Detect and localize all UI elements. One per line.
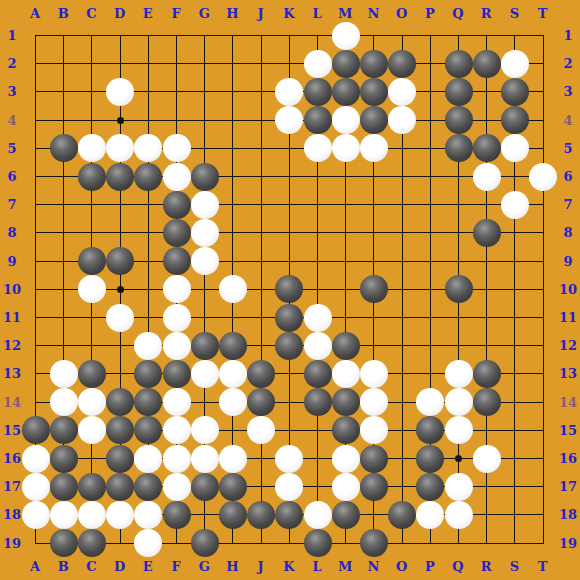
black-stone bbox=[304, 106, 332, 134]
star-point-D10 bbox=[117, 286, 124, 293]
black-stone bbox=[304, 529, 332, 557]
black-stone bbox=[247, 501, 275, 529]
col-label-bottom-N: N bbox=[367, 559, 379, 574]
row-label-left-16: 16 bbox=[3, 451, 21, 466]
white-stone bbox=[191, 416, 219, 444]
white-stone bbox=[22, 445, 50, 473]
white-stone bbox=[445, 388, 473, 416]
black-stone bbox=[473, 134, 501, 162]
white-stone bbox=[332, 473, 360, 501]
black-stone bbox=[163, 360, 191, 388]
black-stone bbox=[388, 501, 416, 529]
white-stone bbox=[22, 473, 50, 501]
black-stone bbox=[304, 360, 332, 388]
white-stone bbox=[163, 473, 191, 501]
black-stone bbox=[106, 416, 134, 444]
white-stone bbox=[163, 416, 191, 444]
black-stone bbox=[416, 416, 444, 444]
white-stone bbox=[78, 416, 106, 444]
black-stone bbox=[388, 50, 416, 78]
col-label-bottom-A: A bbox=[30, 559, 40, 574]
white-stone bbox=[304, 134, 332, 162]
col-label-bottom-J: J bbox=[258, 559, 264, 574]
white-stone bbox=[304, 501, 332, 529]
col-label-bottom-O: O bbox=[396, 559, 407, 574]
black-stone bbox=[360, 275, 388, 303]
white-stone bbox=[304, 332, 332, 360]
col-label-top-R: R bbox=[481, 6, 492, 21]
black-stone bbox=[106, 163, 134, 191]
white-stone bbox=[191, 219, 219, 247]
row-label-right-13: 13 bbox=[559, 366, 577, 381]
black-stone bbox=[360, 78, 388, 106]
black-stone bbox=[332, 416, 360, 444]
white-stone bbox=[78, 501, 106, 529]
row-label-left-10: 10 bbox=[3, 281, 21, 296]
white-stone bbox=[163, 163, 191, 191]
row-label-right-3: 3 bbox=[563, 84, 572, 99]
white-stone bbox=[163, 275, 191, 303]
col-label-bottom-P: P bbox=[425, 559, 435, 574]
col-label-top-P: P bbox=[425, 6, 435, 21]
row-label-right-15: 15 bbox=[559, 422, 577, 437]
black-stone bbox=[275, 501, 303, 529]
white-stone bbox=[473, 445, 501, 473]
white-stone bbox=[360, 134, 388, 162]
col-label-bottom-D: D bbox=[114, 559, 125, 574]
row-label-right-1: 1 bbox=[563, 28, 572, 43]
col-label-bottom-L: L bbox=[312, 559, 321, 574]
black-stone bbox=[134, 360, 162, 388]
col-label-top-O: O bbox=[396, 6, 407, 21]
white-stone bbox=[388, 78, 416, 106]
row-label-right-4: 4 bbox=[563, 112, 572, 127]
black-stone bbox=[473, 50, 501, 78]
col-label-bottom-G: G bbox=[199, 559, 210, 574]
black-stone bbox=[360, 473, 388, 501]
row-label-left-3: 3 bbox=[7, 84, 16, 99]
white-stone bbox=[106, 78, 134, 106]
black-stone bbox=[78, 473, 106, 501]
go-board: AABBCCDDEEFFGGHHJJKKLLMMNNOOPPQQRRSSTT11… bbox=[0, 0, 580, 580]
row-label-left-5: 5 bbox=[7, 140, 16, 155]
black-stone bbox=[445, 106, 473, 134]
black-stone bbox=[360, 529, 388, 557]
col-label-top-K: K bbox=[283, 6, 294, 21]
white-stone bbox=[332, 106, 360, 134]
white-stone bbox=[445, 360, 473, 388]
col-label-bottom-R: R bbox=[481, 559, 492, 574]
row-label-right-11: 11 bbox=[559, 310, 577, 325]
col-label-bottom-E: E bbox=[143, 559, 153, 574]
black-stone bbox=[134, 416, 162, 444]
white-stone bbox=[445, 501, 473, 529]
row-label-left-8: 8 bbox=[7, 225, 16, 240]
black-stone bbox=[416, 445, 444, 473]
col-label-top-D: D bbox=[114, 6, 125, 21]
white-stone bbox=[304, 50, 332, 78]
col-label-top-E: E bbox=[143, 6, 153, 21]
col-label-top-S: S bbox=[510, 6, 519, 21]
white-stone bbox=[106, 304, 134, 332]
white-stone bbox=[219, 445, 247, 473]
row-label-right-2: 2 bbox=[563, 56, 572, 71]
white-stone bbox=[445, 473, 473, 501]
row-label-left-18: 18 bbox=[3, 507, 21, 522]
white-stone bbox=[106, 501, 134, 529]
black-stone bbox=[332, 50, 360, 78]
black-stone bbox=[247, 360, 275, 388]
col-label-top-T: T bbox=[538, 6, 548, 21]
white-stone bbox=[501, 134, 529, 162]
black-stone bbox=[445, 134, 473, 162]
row-label-right-16: 16 bbox=[559, 451, 577, 466]
white-stone bbox=[106, 134, 134, 162]
black-stone bbox=[332, 388, 360, 416]
white-stone bbox=[332, 134, 360, 162]
row-label-right-7: 7 bbox=[563, 197, 572, 212]
row-label-left-9: 9 bbox=[7, 253, 16, 268]
white-stone bbox=[163, 388, 191, 416]
black-stone bbox=[473, 219, 501, 247]
grid-line-horizontal bbox=[35, 543, 544, 544]
star-point-D4 bbox=[117, 117, 124, 124]
black-stone bbox=[219, 473, 247, 501]
col-label-top-C: C bbox=[86, 6, 96, 21]
white-stone bbox=[219, 360, 247, 388]
white-stone bbox=[134, 501, 162, 529]
row-label-right-12: 12 bbox=[559, 338, 577, 353]
black-stone bbox=[78, 529, 106, 557]
black-stone bbox=[22, 416, 50, 444]
black-stone bbox=[50, 529, 78, 557]
white-stone bbox=[191, 360, 219, 388]
row-label-left-12: 12 bbox=[3, 338, 21, 353]
white-stone bbox=[134, 332, 162, 360]
white-stone bbox=[78, 388, 106, 416]
white-stone bbox=[388, 106, 416, 134]
col-label-bottom-H: H bbox=[226, 559, 238, 574]
black-stone bbox=[275, 332, 303, 360]
white-stone bbox=[275, 106, 303, 134]
white-stone bbox=[50, 501, 78, 529]
black-stone bbox=[360, 445, 388, 473]
black-stone bbox=[501, 106, 529, 134]
col-label-top-J: J bbox=[258, 6, 264, 21]
white-stone bbox=[22, 501, 50, 529]
black-stone bbox=[134, 388, 162, 416]
white-stone bbox=[275, 473, 303, 501]
col-label-bottom-C: C bbox=[86, 559, 96, 574]
col-label-top-G: G bbox=[199, 6, 210, 21]
white-stone bbox=[163, 332, 191, 360]
black-stone bbox=[78, 247, 106, 275]
col-label-top-F: F bbox=[171, 6, 180, 21]
row-label-left-2: 2 bbox=[7, 56, 16, 71]
black-stone bbox=[78, 163, 106, 191]
white-stone bbox=[219, 388, 247, 416]
row-label-right-14: 14 bbox=[559, 394, 577, 409]
col-label-bottom-S: S bbox=[510, 559, 519, 574]
black-stone bbox=[304, 78, 332, 106]
black-stone bbox=[445, 78, 473, 106]
black-stone bbox=[163, 191, 191, 219]
white-stone bbox=[332, 22, 360, 50]
black-stone bbox=[134, 473, 162, 501]
black-stone bbox=[445, 275, 473, 303]
white-stone bbox=[134, 529, 162, 557]
row-label-right-6: 6 bbox=[563, 169, 572, 184]
black-stone bbox=[106, 473, 134, 501]
row-label-right-17: 17 bbox=[559, 479, 577, 494]
black-stone bbox=[332, 78, 360, 106]
black-stone bbox=[275, 304, 303, 332]
black-stone bbox=[106, 388, 134, 416]
white-stone bbox=[445, 416, 473, 444]
col-label-bottom-M: M bbox=[338, 559, 352, 574]
white-stone bbox=[501, 50, 529, 78]
row-label-left-17: 17 bbox=[3, 479, 21, 494]
black-stone bbox=[191, 473, 219, 501]
white-stone bbox=[501, 191, 529, 219]
white-stone bbox=[275, 78, 303, 106]
white-stone bbox=[360, 388, 388, 416]
black-stone bbox=[332, 501, 360, 529]
black-stone bbox=[473, 360, 501, 388]
black-stone bbox=[106, 445, 134, 473]
grid-line-vertical bbox=[543, 35, 544, 544]
row-label-left-1: 1 bbox=[7, 28, 16, 43]
black-stone bbox=[134, 163, 162, 191]
white-stone bbox=[529, 163, 557, 191]
white-stone bbox=[50, 388, 78, 416]
black-stone bbox=[50, 134, 78, 162]
white-stone bbox=[191, 247, 219, 275]
row-label-left-13: 13 bbox=[3, 366, 21, 381]
black-stone bbox=[191, 332, 219, 360]
col-label-bottom-K: K bbox=[283, 559, 294, 574]
white-stone bbox=[332, 360, 360, 388]
black-stone bbox=[219, 501, 247, 529]
row-label-left-11: 11 bbox=[3, 310, 21, 325]
black-stone bbox=[191, 529, 219, 557]
black-stone bbox=[275, 275, 303, 303]
col-label-bottom-F: F bbox=[171, 559, 180, 574]
black-stone bbox=[78, 360, 106, 388]
black-stone bbox=[445, 50, 473, 78]
white-stone bbox=[50, 360, 78, 388]
star-point-Q16 bbox=[455, 455, 462, 462]
row-label-right-10: 10 bbox=[559, 281, 577, 296]
col-label-top-M: M bbox=[338, 6, 352, 21]
black-stone bbox=[50, 445, 78, 473]
white-stone bbox=[78, 275, 106, 303]
white-stone bbox=[275, 445, 303, 473]
black-stone bbox=[304, 388, 332, 416]
white-stone bbox=[304, 304, 332, 332]
white-stone bbox=[163, 304, 191, 332]
black-stone bbox=[106, 247, 134, 275]
white-stone bbox=[360, 360, 388, 388]
black-stone bbox=[501, 78, 529, 106]
col-label-top-A: A bbox=[30, 6, 40, 21]
white-stone bbox=[191, 445, 219, 473]
white-stone bbox=[134, 445, 162, 473]
white-stone bbox=[416, 501, 444, 529]
row-label-left-19: 19 bbox=[3, 535, 21, 550]
white-stone bbox=[332, 445, 360, 473]
col-label-bottom-T: T bbox=[538, 559, 548, 574]
black-stone bbox=[219, 332, 247, 360]
black-stone bbox=[360, 106, 388, 134]
row-label-right-9: 9 bbox=[563, 253, 572, 268]
row-label-left-6: 6 bbox=[7, 169, 16, 184]
black-stone bbox=[50, 416, 78, 444]
col-label-bottom-B: B bbox=[58, 559, 69, 574]
black-stone bbox=[191, 163, 219, 191]
white-stone bbox=[163, 445, 191, 473]
black-stone bbox=[50, 473, 78, 501]
row-label-right-5: 5 bbox=[563, 140, 572, 155]
row-label-right-19: 19 bbox=[559, 535, 577, 550]
white-stone bbox=[191, 191, 219, 219]
row-label-left-15: 15 bbox=[3, 422, 21, 437]
white-stone bbox=[360, 416, 388, 444]
white-stone bbox=[134, 134, 162, 162]
black-stone bbox=[163, 247, 191, 275]
black-stone bbox=[163, 219, 191, 247]
row-label-left-14: 14 bbox=[3, 394, 21, 409]
black-stone bbox=[473, 388, 501, 416]
black-stone bbox=[332, 332, 360, 360]
row-label-right-8: 8 bbox=[563, 225, 572, 240]
black-stone bbox=[163, 501, 191, 529]
white-stone bbox=[219, 275, 247, 303]
col-label-top-H: H bbox=[226, 6, 238, 21]
row-label-right-18: 18 bbox=[559, 507, 577, 522]
white-stone bbox=[247, 416, 275, 444]
black-stone bbox=[416, 473, 444, 501]
black-stone bbox=[247, 388, 275, 416]
white-stone bbox=[473, 163, 501, 191]
row-label-left-4: 4 bbox=[7, 112, 16, 127]
white-stone bbox=[78, 134, 106, 162]
black-stone bbox=[360, 50, 388, 78]
col-label-top-B: B bbox=[58, 6, 69, 21]
row-label-left-7: 7 bbox=[7, 197, 16, 212]
white-stone bbox=[163, 134, 191, 162]
col-label-top-Q: Q bbox=[452, 6, 463, 21]
col-label-top-N: N bbox=[367, 6, 379, 21]
col-label-bottom-Q: Q bbox=[452, 559, 463, 574]
white-stone bbox=[416, 388, 444, 416]
col-label-top-L: L bbox=[312, 6, 321, 21]
